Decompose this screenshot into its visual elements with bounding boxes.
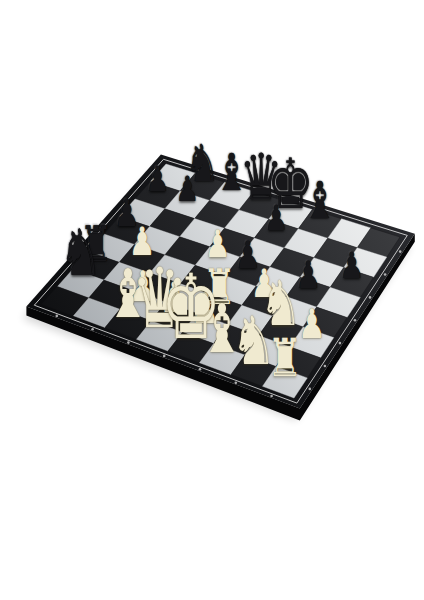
screw-dot (399, 250, 402, 253)
screw-dot (384, 273, 387, 276)
product-photo: ♞♟♝♟♛♚♝♟♟♟♟♜♟♟♞♟♟♟♜♟♝♟♞♛♟♚♝♞♜ (0, 0, 424, 600)
screw-dot (369, 296, 372, 299)
screw-dot (270, 395, 273, 398)
screw-dot (56, 315, 59, 318)
screw-dot (324, 365, 327, 368)
screw-dot (127, 341, 130, 344)
screw-dot (354, 319, 357, 322)
screw-dot (309, 388, 312, 391)
screw-dot (339, 342, 342, 345)
chess-board (0, 0, 424, 600)
screw-dot (163, 355, 166, 358)
screw-dot (199, 368, 202, 371)
screw-dot (91, 328, 94, 331)
screw-dot (235, 381, 238, 384)
